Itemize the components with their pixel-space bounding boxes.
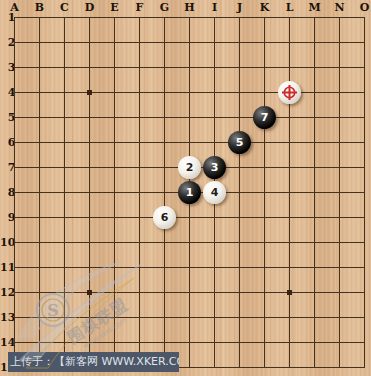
board-cell[interactable] (152, 130, 177, 155)
board-cell[interactable] (277, 330, 302, 355)
board-cell[interactable] (302, 330, 327, 355)
board-cell[interactable] (252, 180, 277, 205)
board-cell[interactable] (52, 80, 77, 105)
board-cell[interactable] (302, 80, 327, 105)
board-cell[interactable] (77, 55, 102, 80)
board-cell[interactable] (252, 305, 277, 330)
board-cell[interactable] (302, 305, 327, 330)
board-cell[interactable] (52, 305, 77, 330)
board-cell[interactable] (327, 30, 352, 55)
board-cell[interactable] (127, 305, 152, 330)
board-cell[interactable] (202, 280, 227, 305)
board-cell[interactable] (302, 105, 327, 130)
board-cell[interactable] (277, 105, 302, 130)
board-cell[interactable] (52, 105, 77, 130)
board-cell[interactable] (2, 255, 27, 280)
board-cell[interactable] (152, 105, 177, 130)
board-cell[interactable] (252, 355, 277, 376)
board-cell[interactable] (127, 230, 152, 255)
board-cell[interactable] (202, 80, 227, 105)
board-cell[interactable] (202, 130, 227, 155)
board-cell[interactable] (27, 330, 52, 355)
board-cell[interactable] (152, 30, 177, 55)
board-cell[interactable] (52, 280, 77, 305)
board-cell[interactable] (77, 155, 102, 180)
board-cell[interactable] (302, 130, 327, 155)
board-cell[interactable] (127, 205, 152, 230)
board-cell[interactable] (177, 80, 202, 105)
board-cell[interactable] (27, 205, 52, 230)
board-cell[interactable] (27, 155, 52, 180)
stone-number: 4 (211, 187, 219, 198)
star-point (87, 290, 92, 295)
board-cell[interactable] (302, 55, 327, 80)
board-cell[interactable] (2, 80, 27, 105)
board-cell[interactable] (2, 180, 27, 205)
stone-white-marked[interactable] (278, 81, 301, 104)
board-cell[interactable] (327, 305, 352, 330)
board-cell[interactable] (102, 255, 127, 280)
board-cell[interactable] (2, 30, 27, 55)
board-cell[interactable] (52, 55, 77, 80)
board-cell[interactable] (77, 255, 102, 280)
star-point (287, 290, 292, 295)
stone-number: 3 (211, 162, 219, 173)
board-cell[interactable] (327, 80, 352, 105)
board-cell[interactable] (127, 130, 152, 155)
board-cell[interactable] (27, 5, 52, 30)
board-cell[interactable] (252, 255, 277, 280)
board-cell[interactable]: 6 (152, 205, 177, 230)
board-cell[interactable] (277, 5, 302, 30)
board-cell[interactable] (52, 130, 77, 155)
board-cell[interactable] (277, 280, 302, 305)
board-cell[interactable] (252, 330, 277, 355)
board-cell[interactable] (152, 5, 177, 30)
board-cell[interactable] (102, 280, 127, 305)
board-cell[interactable] (252, 55, 277, 80)
stone-number: 5 (236, 137, 244, 148)
stone-white-6[interactable]: 6 (153, 206, 176, 229)
board-cell[interactable] (252, 230, 277, 255)
board-cell[interactable]: 7 (252, 105, 277, 130)
board-cell[interactable] (177, 130, 202, 155)
board-cell[interactable] (227, 205, 252, 230)
board-cell[interactable]: 5 (227, 130, 252, 155)
board-cell[interactable] (102, 55, 127, 80)
board-cell[interactable] (352, 180, 371, 205)
board-cell[interactable] (202, 5, 227, 30)
board-cell[interactable] (52, 205, 77, 230)
board-cell[interactable] (177, 105, 202, 130)
board-cell[interactable] (202, 330, 227, 355)
board-cell[interactable] (277, 155, 302, 180)
board-cell[interactable] (102, 5, 127, 30)
board-cell[interactable] (352, 155, 371, 180)
board-cell[interactable] (202, 30, 227, 55)
stone-black-5[interactable]: 5 (228, 131, 251, 154)
board-cell[interactable] (127, 5, 152, 30)
board-cell[interactable] (127, 180, 152, 205)
board-cell[interactable] (27, 80, 52, 105)
stone-black-1[interactable]: 1 (178, 181, 201, 204)
board-cell[interactable] (327, 130, 352, 155)
board-cell[interactable] (277, 205, 302, 230)
board-cell[interactable] (102, 130, 127, 155)
board-cell[interactable] (352, 205, 371, 230)
stone-number: 6 (161, 212, 169, 223)
board-cell[interactable] (77, 5, 102, 30)
board-cell[interactable] (152, 55, 177, 80)
board-cell[interactable] (127, 255, 152, 280)
board-cell[interactable] (177, 30, 202, 55)
board-cell[interactable] (77, 330, 102, 355)
board-cell[interactable] (227, 280, 252, 305)
board-cell[interactable] (152, 255, 177, 280)
board-cell[interactable] (177, 5, 202, 30)
board-cell[interactable] (352, 80, 371, 105)
board-cell[interactable] (102, 230, 127, 255)
gomoku-board-screenshot: ABCDEFGHIJKLMNO 123456789101112131415 75… (0, 0, 371, 376)
star-point (87, 90, 92, 95)
go-board: 7523146 (2, 5, 371, 376)
board-cell[interactable] (127, 330, 152, 355)
board-cell[interactable] (2, 130, 27, 155)
board-cell[interactable] (277, 305, 302, 330)
caption-bar: 上传于：【新客网 WWW.XKER.COM】 (8, 352, 179, 372)
board-cell[interactable] (202, 355, 227, 376)
board-cell[interactable] (152, 305, 177, 330)
board-cell[interactable] (2, 280, 27, 305)
board-cell[interactable] (302, 205, 327, 230)
board-cell[interactable] (2, 105, 27, 130)
board-cell[interactable] (252, 80, 277, 105)
board-cell[interactable] (152, 80, 177, 105)
board-cell[interactable] (127, 105, 152, 130)
board-cell[interactable] (102, 305, 127, 330)
board-cell[interactable] (127, 280, 152, 305)
board-cell[interactable] (352, 30, 371, 55)
board-cell[interactable] (277, 255, 302, 280)
board-cell[interactable] (102, 155, 127, 180)
board-cell[interactable] (227, 55, 252, 80)
board-cell[interactable] (177, 255, 202, 280)
stone-white-2[interactable]: 2 (178, 156, 201, 179)
board-cell[interactable] (277, 180, 302, 205)
board-cell[interactable] (52, 155, 77, 180)
board-cell[interactable] (252, 130, 277, 155)
board-cell[interactable] (277, 80, 302, 105)
board-cell[interactable] (277, 130, 302, 155)
board-cell[interactable] (227, 80, 252, 105)
board-cell[interactable] (302, 280, 327, 305)
board-cell[interactable] (27, 30, 52, 55)
board-cell[interactable] (177, 55, 202, 80)
board-cell[interactable] (2, 55, 27, 80)
board-cell[interactable] (277, 355, 302, 376)
board-cell[interactable] (327, 330, 352, 355)
stone-black-3[interactable]: 3 (203, 156, 226, 179)
board-cell[interactable]: 1 (177, 180, 202, 205)
board-cell[interactable] (177, 330, 202, 355)
board-cell[interactable] (327, 55, 352, 80)
board-cell[interactable] (102, 30, 127, 55)
board-cell[interactable] (102, 330, 127, 355)
board-cell[interactable] (352, 255, 371, 280)
board-cell[interactable] (227, 330, 252, 355)
board-cell[interactable] (302, 30, 327, 55)
board-cell[interactable] (302, 255, 327, 280)
board-cell[interactable] (327, 205, 352, 230)
board-cell[interactable] (77, 205, 102, 230)
board-cell[interactable] (227, 355, 252, 376)
board-cell[interactable] (352, 305, 371, 330)
board-cell[interactable]: 2 (177, 155, 202, 180)
board-cell[interactable] (152, 155, 177, 180)
stone-number: 1 (186, 187, 194, 198)
board-cell[interactable] (202, 55, 227, 80)
board-cell[interactable] (202, 205, 227, 230)
board-cell[interactable] (52, 255, 77, 280)
board-cell[interactable] (127, 80, 152, 105)
board-cell[interactable] (252, 30, 277, 55)
board-cell[interactable] (77, 130, 102, 155)
board-cell[interactable] (277, 55, 302, 80)
board-cell[interactable] (327, 5, 352, 30)
board-cell[interactable] (177, 355, 202, 376)
board-cell[interactable] (302, 180, 327, 205)
board-cell[interactable] (77, 105, 102, 130)
caption-text: 上传于：【新客网 WWW.XKER.COM】 (10, 355, 179, 368)
board-cell[interactable] (77, 230, 102, 255)
board-cell[interactable] (227, 230, 252, 255)
board-cell[interactable] (202, 305, 227, 330)
board-cell[interactable] (177, 205, 202, 230)
board-cell[interactable] (102, 80, 127, 105)
board-cell[interactable] (327, 255, 352, 280)
board-cell[interactable] (52, 330, 77, 355)
board-cell[interactable] (127, 55, 152, 80)
board-cell[interactable] (52, 30, 77, 55)
board-cell[interactable] (327, 280, 352, 305)
board-cell[interactable] (52, 5, 77, 30)
board-cell[interactable] (352, 355, 371, 376)
board-cell[interactable] (152, 280, 177, 305)
stone-black-7[interactable]: 7 (253, 106, 276, 129)
board-cell[interactable] (227, 305, 252, 330)
board-cell[interactable] (27, 230, 52, 255)
board-cell[interactable] (227, 255, 252, 280)
board-cell[interactable] (227, 155, 252, 180)
board-cell[interactable] (52, 180, 77, 205)
board-cell[interactable] (252, 5, 277, 30)
board-cell[interactable] (2, 230, 27, 255)
board-cell[interactable] (77, 280, 102, 305)
board-cell[interactable] (327, 155, 352, 180)
board-cell[interactable] (277, 230, 302, 255)
board-cell[interactable] (352, 230, 371, 255)
board-cell[interactable] (352, 5, 371, 30)
board-cell[interactable] (52, 230, 77, 255)
board-cell[interactable] (252, 155, 277, 180)
board-cell[interactable] (327, 355, 352, 376)
board-cell[interactable] (302, 155, 327, 180)
board-cell[interactable] (202, 230, 227, 255)
board-cell[interactable]: 3 (202, 155, 227, 180)
board-cell[interactable] (277, 30, 302, 55)
board-cell[interactable] (352, 330, 371, 355)
board-cell[interactable]: 4 (202, 180, 227, 205)
board-cell[interactable] (2, 305, 27, 330)
board-cell[interactable] (27, 280, 52, 305)
stone-number: 7 (261, 112, 269, 123)
board-cell[interactable] (352, 280, 371, 305)
board-cell[interactable] (27, 255, 52, 280)
board-cell[interactable] (352, 130, 371, 155)
board-cell[interactable] (2, 5, 27, 30)
board-cell[interactable] (77, 30, 102, 55)
board-cell[interactable] (102, 205, 127, 230)
board-cell[interactable] (127, 30, 152, 55)
board-cell[interactable] (27, 180, 52, 205)
board-cell[interactable] (127, 155, 152, 180)
red-crosshair-icon (278, 81, 301, 104)
board-cell[interactable] (27, 105, 52, 130)
board-cell[interactable] (2, 155, 27, 180)
stone-white-4[interactable]: 4 (203, 181, 226, 204)
board-cell[interactable] (227, 5, 252, 30)
board-cell[interactable] (27, 130, 52, 155)
board-cell[interactable] (202, 105, 227, 130)
board-cell[interactable] (27, 55, 52, 80)
board-cell[interactable] (302, 5, 327, 30)
board-cell[interactable] (152, 330, 177, 355)
board-cell[interactable] (2, 205, 27, 230)
board-cell[interactable] (227, 105, 252, 130)
board-cell[interactable] (352, 105, 371, 130)
board-cell[interactable] (327, 105, 352, 130)
board-cell[interactable] (327, 230, 352, 255)
board-cell[interactable] (77, 180, 102, 205)
board-cell[interactable] (252, 205, 277, 230)
board-cell[interactable] (302, 355, 327, 376)
board-cell[interactable] (152, 230, 177, 255)
board-cell[interactable] (102, 105, 127, 130)
board-cell[interactable] (227, 30, 252, 55)
board-cell[interactable] (252, 280, 277, 305)
board-cell[interactable] (152, 180, 177, 205)
board-cell[interactable] (177, 280, 202, 305)
board-cell[interactable] (227, 180, 252, 205)
board-cell[interactable] (177, 305, 202, 330)
board-cell[interactable] (77, 80, 102, 105)
board-cell[interactable] (2, 330, 27, 355)
board-cell[interactable] (302, 230, 327, 255)
board-cell[interactable] (27, 305, 52, 330)
stone-number: 2 (186, 162, 194, 173)
board-cell[interactable] (202, 255, 227, 280)
board-cell[interactable] (327, 180, 352, 205)
board-cell[interactable] (77, 305, 102, 330)
board-cell[interactable] (352, 55, 371, 80)
board-cell[interactable] (102, 180, 127, 205)
board-cell[interactable] (177, 230, 202, 255)
